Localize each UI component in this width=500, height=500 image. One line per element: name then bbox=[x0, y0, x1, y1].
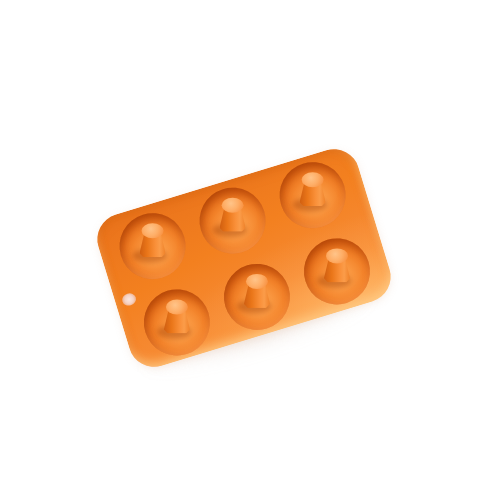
donut-cavity bbox=[216, 256, 298, 338]
donut-cavity bbox=[191, 179, 273, 261]
post-cap bbox=[166, 299, 188, 314]
donut-cavity bbox=[271, 154, 353, 236]
hanging-hole bbox=[121, 292, 138, 308]
donut-cavity bbox=[111, 205, 193, 287]
donut-cavity bbox=[136, 281, 218, 363]
post-cap bbox=[142, 223, 164, 238]
post-cap bbox=[326, 248, 348, 263]
photo-background bbox=[0, 0, 500, 500]
post-cap bbox=[246, 274, 268, 289]
post-cap bbox=[222, 198, 244, 213]
donut-mold bbox=[91, 143, 397, 374]
post-cap bbox=[302, 172, 324, 187]
donut-cavity bbox=[296, 230, 378, 312]
